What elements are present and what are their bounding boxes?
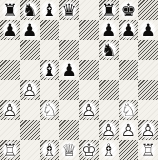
square-e4[interactable] [79,80,99,100]
square-f6[interactable]: ♞ [99,40,119,60]
square-d3[interactable] [59,100,79,120]
square-a4[interactable] [0,80,20,100]
square-a3[interactable]: ♙ [0,100,20,120]
piece-white-knight-g3: ♘ [121,102,136,119]
square-g1[interactable] [119,140,139,160]
piece-black-knight-b8: ♞ [22,2,37,19]
square-h8[interactable] [138,0,158,20]
piece-black-pawn-b7: ♟ [22,22,37,39]
square-b1[interactable] [20,140,40,160]
piece-black-pawn-d5: ♟ [62,62,77,79]
square-a5[interactable] [0,60,20,80]
piece-black-bishop-c5: ♝ [42,62,57,79]
piece-white-pawn-h2: ♙ [141,122,156,139]
square-h5[interactable] [138,60,158,80]
square-f2[interactable]: ♙ [99,120,119,140]
piece-white-bishop-c1: ♗ [42,142,57,159]
piece-black-knight-f6: ♞ [101,42,116,59]
square-g3[interactable]: ♘ [119,100,139,120]
square-d6[interactable] [59,40,79,60]
square-b8[interactable]: ♞ [20,0,40,20]
square-c7[interactable] [40,20,60,40]
chess-board: ♜♞♝♛♜♚♟♟♟♟♟♞♝♟♙♙♘♙♘♙♙♙♖♗♕♔♗♖ [0,0,158,160]
square-h4[interactable] [138,80,158,100]
piece-black-queen-d8: ♛ [62,2,77,19]
square-e3[interactable]: ♙ [79,100,99,120]
square-g6[interactable] [119,40,139,60]
square-c3[interactable]: ♘ [40,100,60,120]
square-g7[interactable]: ♟ [119,20,139,40]
square-f8[interactable]: ♜ [99,0,119,20]
square-a7[interactable]: ♟ [0,20,20,40]
square-c6[interactable] [40,40,60,60]
square-d8[interactable]: ♛ [59,0,79,20]
square-f1[interactable]: ♗ [99,140,119,160]
piece-black-bishop-c8: ♝ [42,2,57,19]
piece-black-pawn-a7: ♟ [2,22,17,39]
square-c4[interactable] [40,80,60,100]
square-e2[interactable] [79,120,99,140]
chess-diagram: ♜♞♝♛♜♚♟♟♟♟♟♞♝♟♙♙♘♙♘♙♙♙♖♗♕♔♗♖ [0,0,158,160]
piece-white-pawn-a3: ♙ [2,102,17,119]
square-a2[interactable] [0,120,20,140]
square-b2[interactable] [20,120,40,140]
square-c1[interactable]: ♗ [40,140,60,160]
piece-white-queen-d1: ♕ [62,142,77,159]
square-b6[interactable] [20,40,40,60]
square-f7[interactable]: ♟ [99,20,119,40]
piece-black-rook-a8: ♜ [2,2,17,19]
square-b3[interactable] [20,100,40,120]
square-e8[interactable] [79,0,99,20]
piece-white-rook-h1: ♖ [141,142,156,159]
square-d1[interactable]: ♕ [59,140,79,160]
square-f5[interactable] [99,60,119,80]
piece-black-pawn-f7: ♟ [101,22,116,39]
square-b4[interactable]: ♙ [20,80,40,100]
square-c5[interactable]: ♝ [40,60,60,80]
piece-black-pawn-g7: ♟ [121,22,136,39]
square-e5[interactable] [79,60,99,80]
square-d2[interactable] [59,120,79,140]
square-f3[interactable] [99,100,119,120]
square-a1[interactable]: ♖ [0,140,20,160]
piece-white-bishop-f1: ♗ [101,142,116,159]
square-e1[interactable]: ♔ [79,140,99,160]
square-b7[interactable]: ♟ [20,20,40,40]
piece-black-king-g8: ♚ [121,2,136,19]
square-h3[interactable] [138,100,158,120]
piece-white-pawn-g2: ♙ [121,122,136,139]
square-h2[interactable]: ♙ [138,120,158,140]
piece-white-rook-a1: ♖ [2,142,17,159]
square-d4[interactable] [59,80,79,100]
square-f4[interactable] [99,80,119,100]
piece-white-pawn-f2: ♙ [101,122,116,139]
piece-black-rook-f8: ♜ [101,2,116,19]
square-e6[interactable] [79,40,99,60]
square-a8[interactable]: ♜ [0,0,20,20]
square-h6[interactable] [138,40,158,60]
square-a6[interactable] [0,40,20,60]
square-g5[interactable] [119,60,139,80]
square-h1[interactable]: ♖ [138,140,158,160]
square-h7[interactable]: ♟ [138,20,158,40]
piece-white-pawn-e3: ♙ [81,102,96,119]
square-g2[interactable]: ♙ [119,120,139,140]
piece-black-pawn-h7: ♟ [141,22,156,39]
square-d7[interactable] [59,20,79,40]
square-c2[interactable] [40,120,60,140]
square-c8[interactable]: ♝ [40,0,60,20]
square-g4[interactable] [119,80,139,100]
square-b5[interactable] [20,60,40,80]
square-d5[interactable]: ♟ [59,60,79,80]
piece-white-knight-c3: ♘ [42,102,57,119]
piece-white-king-e1: ♔ [81,142,96,159]
piece-white-pawn-b4: ♙ [22,82,37,99]
square-g8[interactable]: ♚ [119,0,139,20]
square-e7[interactable] [79,20,99,40]
